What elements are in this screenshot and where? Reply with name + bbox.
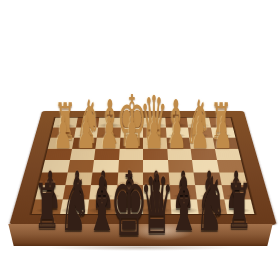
piece-white-pawn-c2[interactable]: ♟ [168,111,187,155]
piece-white-pawn-g2[interactable]: ♟ [77,111,96,155]
piece-black-knight-b8[interactable]: ♞ [196,169,227,243]
piece-white-pawn-a2[interactable]: ♟ [213,111,232,155]
piece-black-rook-h8[interactable]: ♜ [34,176,60,238]
piece-white-pawn-h2[interactable]: ♟ [54,111,73,155]
piece-black-rook-a8[interactable]: ♜ [226,176,252,238]
piece-white-pawn-f2[interactable]: ♟ [99,111,118,155]
pieces-layer: ♜♞♝♚♛♝♞♜♟♟♟♟♟♟♟♟♟♟♟♟♟♟♟♟♜♞♝♚♛♝♞♜ [0,0,280,280]
piece-white-pawn-b2[interactable]: ♟ [191,111,210,155]
chess-set-photo: ♜♞♝♚♛♝♞♜♟♟♟♟♟♟♟♟♟♟♟♟♟♟♟♟♜♞♝♚♛♝♞♜ [0,0,280,280]
piece-white-pawn-e2[interactable]: ♟ [122,111,141,155]
piece-white-pawn-d2[interactable]: ♟ [145,111,164,155]
